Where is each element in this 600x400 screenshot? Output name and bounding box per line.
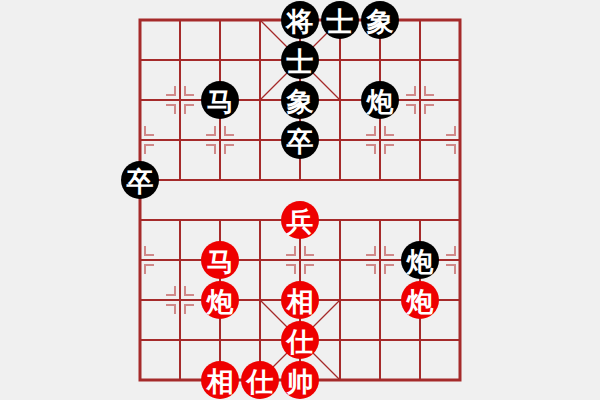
piece-black-advisor[interactable]: 士 — [321, 1, 359, 39]
piece-disc — [201, 281, 239, 319]
piece-black-advisor[interactable]: 士 — [281, 41, 319, 79]
cannon-point-marker — [185, 86, 194, 95]
soldier-point-marker — [446, 126, 455, 135]
soldier-point-marker — [145, 126, 154, 135]
soldier-point-marker — [305, 265, 314, 274]
piece-black-soldier[interactable]: 卒 — [281, 121, 319, 159]
soldier-point-marker — [145, 246, 154, 255]
piece-disc — [361, 1, 399, 39]
soldier-point-marker — [446, 145, 455, 154]
piece-disc — [201, 241, 239, 279]
piece-disc — [121, 161, 159, 199]
piece-disc — [201, 81, 239, 119]
xiangqi-screenshot: 将士象士马象炮卒卒兵马炮炮相炮仕相仕帅 — [0, 0, 600, 400]
soldier-point-marker — [366, 265, 375, 274]
soldier-point-marker — [206, 126, 215, 135]
cannon-point-marker — [166, 286, 175, 295]
piece-black-cannon[interactable]: 炮 — [361, 81, 399, 119]
piece-disc — [281, 201, 319, 239]
soldier-point-marker — [366, 246, 375, 255]
cannon-point-marker — [406, 86, 415, 95]
cannon-point-marker — [185, 105, 194, 114]
piece-disc — [281, 81, 319, 119]
piece-black-soldier[interactable]: 卒 — [121, 161, 159, 199]
piece-disc — [401, 241, 439, 279]
cannon-point-marker — [425, 86, 434, 95]
piece-disc — [281, 1, 319, 39]
piece-disc — [241, 361, 279, 399]
piece-red-advisor[interactable]: 仕 — [241, 361, 279, 399]
piece-disc — [281, 281, 319, 319]
cannon-point-marker — [166, 86, 175, 95]
piece-black-cannon[interactable]: 炮 — [401, 241, 439, 279]
soldier-point-marker — [385, 265, 394, 274]
soldier-point-marker — [446, 246, 455, 255]
piece-disc — [201, 361, 239, 399]
soldier-point-marker — [286, 265, 295, 274]
soldier-point-marker — [385, 126, 394, 135]
piece-black-elephant[interactable]: 象 — [361, 1, 399, 39]
piece-red-soldier[interactable]: 兵 — [281, 201, 319, 239]
piece-red-elephant[interactable]: 相 — [201, 361, 239, 399]
piece-red-general[interactable]: 帅 — [281, 361, 319, 399]
cannon-point-marker — [406, 105, 415, 114]
cannon-point-marker — [425, 105, 434, 114]
piece-disc — [281, 121, 319, 159]
piece-disc — [281, 321, 319, 359]
piece-black-general[interactable]: 将 — [281, 1, 319, 39]
soldier-point-marker — [305, 246, 314, 255]
soldier-point-marker — [225, 145, 234, 154]
soldier-point-marker — [385, 145, 394, 154]
soldier-point-marker — [145, 265, 154, 274]
piece-disc — [361, 81, 399, 119]
piece-disc — [281, 41, 319, 79]
soldier-point-marker — [206, 145, 215, 154]
piece-disc — [281, 361, 319, 399]
piece-red-cannon[interactable]: 炮 — [201, 281, 239, 319]
cannon-point-marker — [185, 286, 194, 295]
piece-disc — [401, 281, 439, 319]
piece-red-advisor[interactable]: 仕 — [281, 321, 319, 359]
piece-red-cannon[interactable]: 炮 — [401, 281, 439, 319]
piece-black-elephant[interactable]: 象 — [281, 81, 319, 119]
piece-red-horse[interactable]: 马 — [201, 241, 239, 279]
soldier-point-marker — [446, 265, 455, 274]
piece-disc — [321, 1, 359, 39]
soldier-point-marker — [385, 246, 394, 255]
xiangqi-board[interactable]: 将士象士马象炮卒卒兵马炮炮相炮仕相仕帅 — [0, 0, 600, 400]
soldier-point-marker — [145, 145, 154, 154]
cannon-point-marker — [166, 105, 175, 114]
soldier-point-marker — [366, 145, 375, 154]
soldier-point-marker — [366, 126, 375, 135]
piece-red-elephant[interactable]: 相 — [281, 281, 319, 319]
soldier-point-marker — [225, 126, 234, 135]
cannon-point-marker — [166, 305, 175, 314]
soldier-point-marker — [286, 246, 295, 255]
piece-black-horse[interactable]: 马 — [201, 81, 239, 119]
cannon-point-marker — [185, 305, 194, 314]
